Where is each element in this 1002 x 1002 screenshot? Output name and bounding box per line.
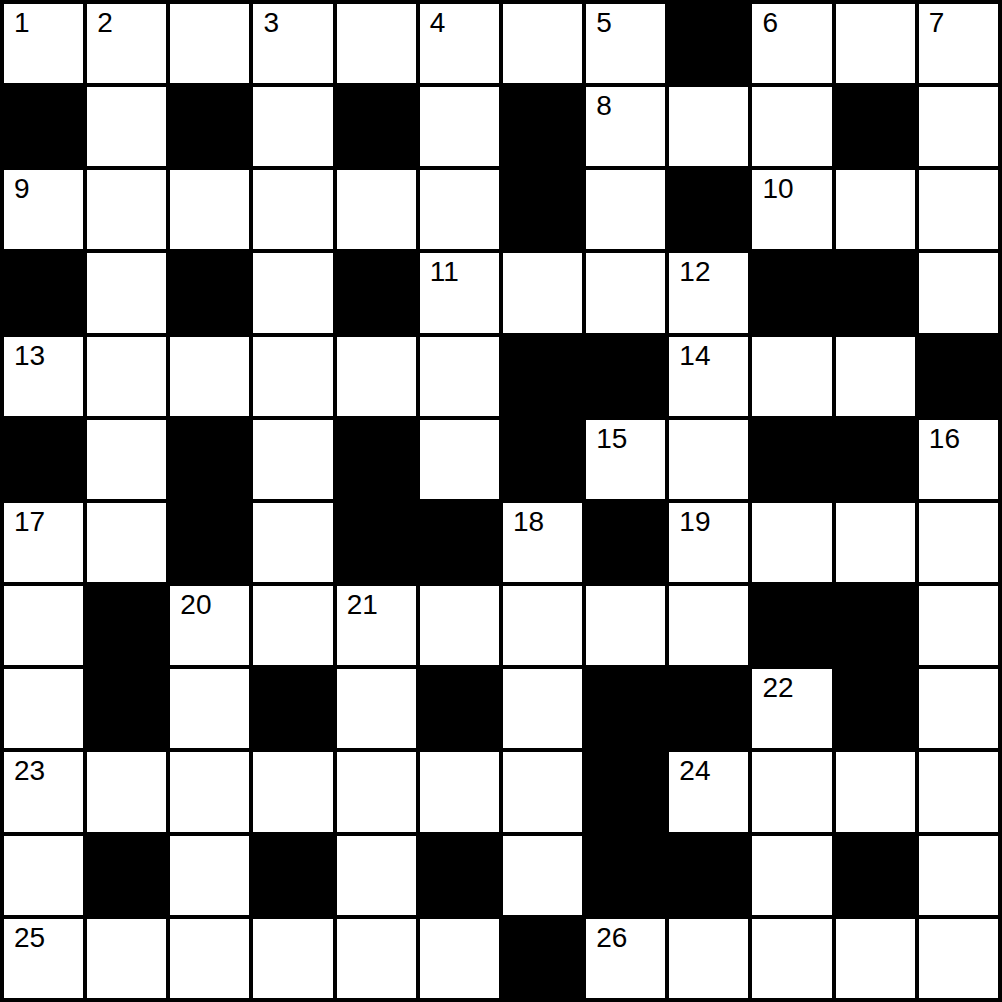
black-cell-r3c10 bbox=[834, 251, 917, 334]
cell-r9c1[interactable] bbox=[85, 750, 168, 833]
cell-r0c11[interactable]: 7 bbox=[917, 2, 1000, 85]
cell-r10c4[interactable] bbox=[335, 834, 418, 917]
clue-number-9: 9 bbox=[14, 175, 30, 203]
cell-r5c11[interactable]: 16 bbox=[917, 418, 1000, 501]
cell-r1c8[interactable] bbox=[667, 85, 750, 168]
cell-r6c3[interactable] bbox=[251, 501, 334, 584]
black-cell-r5c9 bbox=[750, 418, 833, 501]
cell-r11c3[interactable] bbox=[251, 917, 334, 1000]
cell-r0c6[interactable] bbox=[501, 2, 584, 85]
cell-r7c2[interactable]: 20 bbox=[168, 584, 251, 667]
cell-r8c6[interactable] bbox=[501, 667, 584, 750]
cell-r4c0[interactable]: 13 bbox=[2, 335, 85, 418]
black-cell-r11c6 bbox=[501, 917, 584, 1000]
clue-number-17: 17 bbox=[14, 508, 45, 536]
cell-r3c3[interactable] bbox=[251, 251, 334, 334]
cell-r0c9[interactable]: 6 bbox=[750, 2, 833, 85]
cell-r7c7[interactable] bbox=[584, 584, 667, 667]
black-cell-r3c9 bbox=[750, 251, 833, 334]
cell-r6c1[interactable] bbox=[85, 501, 168, 584]
clue-number-13: 13 bbox=[14, 342, 45, 370]
cell-r3c11[interactable] bbox=[917, 251, 1000, 334]
cell-r1c9[interactable] bbox=[750, 85, 833, 168]
black-cell-r9c7 bbox=[584, 750, 667, 833]
clue-number-10: 10 bbox=[762, 175, 793, 203]
black-cell-r8c10 bbox=[834, 667, 917, 750]
cell-r0c10[interactable] bbox=[834, 2, 917, 85]
cell-r10c2[interactable] bbox=[168, 834, 251, 917]
cell-r5c3[interactable] bbox=[251, 418, 334, 501]
clue-number-18: 18 bbox=[513, 508, 544, 536]
cell-r7c6[interactable] bbox=[501, 584, 584, 667]
cell-r3c8[interactable]: 12 bbox=[667, 251, 750, 334]
cell-r5c7[interactable]: 15 bbox=[584, 418, 667, 501]
cell-r0c7[interactable]: 5 bbox=[584, 2, 667, 85]
black-cell-r8c1 bbox=[85, 667, 168, 750]
black-cell-r8c8 bbox=[667, 667, 750, 750]
cell-r8c4[interactable] bbox=[335, 667, 418, 750]
black-cell-r5c10 bbox=[834, 418, 917, 501]
black-cell-r2c6 bbox=[501, 168, 584, 251]
cell-r6c10[interactable] bbox=[834, 501, 917, 584]
black-cell-r10c10 bbox=[834, 834, 917, 917]
cell-r0c4[interactable] bbox=[335, 2, 418, 85]
cell-r10c0[interactable] bbox=[2, 834, 85, 917]
cell-r11c9[interactable] bbox=[750, 917, 833, 1000]
clue-number-12: 12 bbox=[679, 258, 710, 286]
clue-number-26: 26 bbox=[596, 924, 627, 952]
clue-number-21: 21 bbox=[347, 591, 378, 619]
black-cell-r1c6 bbox=[501, 85, 584, 168]
cell-r6c9[interactable] bbox=[750, 501, 833, 584]
cell-r4c9[interactable] bbox=[750, 335, 833, 418]
clue-number-19: 19 bbox=[679, 508, 710, 536]
black-cell-r4c6 bbox=[501, 335, 584, 418]
black-cell-r10c3 bbox=[251, 834, 334, 917]
clue-number-7: 7 bbox=[929, 9, 945, 37]
black-cell-r7c9 bbox=[750, 584, 833, 667]
cell-r4c1[interactable] bbox=[85, 335, 168, 418]
cell-r7c3[interactable] bbox=[251, 584, 334, 667]
black-cell-r8c3 bbox=[251, 667, 334, 750]
cell-r2c9[interactable]: 10 bbox=[750, 168, 833, 251]
cell-r11c5[interactable] bbox=[418, 917, 501, 1000]
black-cell-r3c2 bbox=[168, 251, 251, 334]
black-cell-r4c7 bbox=[584, 335, 667, 418]
cell-r2c4[interactable] bbox=[335, 168, 418, 251]
black-cell-r3c4 bbox=[335, 251, 418, 334]
clue-number-3: 3 bbox=[263, 9, 279, 37]
cell-r7c11[interactable] bbox=[917, 584, 1000, 667]
cell-r2c7[interactable] bbox=[584, 168, 667, 251]
cell-r0c1[interactable]: 2 bbox=[85, 2, 168, 85]
cell-r5c8[interactable] bbox=[667, 418, 750, 501]
cell-r11c8[interactable] bbox=[667, 917, 750, 1000]
cell-r2c1[interactable] bbox=[85, 168, 168, 251]
cell-r11c11[interactable] bbox=[917, 917, 1000, 1000]
cell-r3c1[interactable] bbox=[85, 251, 168, 334]
cell-r3c5[interactable]: 11 bbox=[418, 251, 501, 334]
clue-number-6: 6 bbox=[762, 9, 778, 37]
cell-r2c2[interactable] bbox=[168, 168, 251, 251]
cell-r11c0[interactable]: 25 bbox=[2, 917, 85, 1000]
black-cell-r6c4 bbox=[335, 501, 418, 584]
cell-r8c11[interactable] bbox=[917, 667, 1000, 750]
black-cell-r5c0 bbox=[2, 418, 85, 501]
clue-number-20: 20 bbox=[180, 591, 211, 619]
black-cell-r10c8 bbox=[667, 834, 750, 917]
cell-r7c4[interactable]: 21 bbox=[335, 584, 418, 667]
black-cell-r10c1 bbox=[85, 834, 168, 917]
black-cell-r10c5 bbox=[418, 834, 501, 917]
black-cell-r1c4 bbox=[335, 85, 418, 168]
cell-r3c7[interactable] bbox=[584, 251, 667, 334]
black-cell-r7c1 bbox=[85, 584, 168, 667]
cell-r4c5[interactable] bbox=[418, 335, 501, 418]
cell-r2c3[interactable] bbox=[251, 168, 334, 251]
cell-r5c1[interactable] bbox=[85, 418, 168, 501]
cell-r10c9[interactable] bbox=[750, 834, 833, 917]
black-cell-r3c0 bbox=[2, 251, 85, 334]
cell-r0c3[interactable]: 3 bbox=[251, 2, 334, 85]
cell-r9c4[interactable] bbox=[335, 750, 418, 833]
clue-number-24: 24 bbox=[679, 757, 710, 785]
cell-r10c6[interactable] bbox=[501, 834, 584, 917]
cell-r8c0[interactable] bbox=[2, 667, 85, 750]
cell-r1c5[interactable] bbox=[418, 85, 501, 168]
cell-r6c6[interactable]: 18 bbox=[501, 501, 584, 584]
cell-r0c5[interactable]: 4 bbox=[418, 2, 501, 85]
cell-r4c4[interactable] bbox=[335, 335, 418, 418]
cell-r10c11[interactable] bbox=[917, 834, 1000, 917]
clue-number-15: 15 bbox=[596, 425, 627, 453]
black-cell-r1c2 bbox=[168, 85, 251, 168]
cell-r2c0[interactable]: 9 bbox=[2, 168, 85, 251]
black-cell-r6c2 bbox=[168, 501, 251, 584]
cell-r11c2[interactable] bbox=[168, 917, 251, 1000]
cell-r7c8[interactable] bbox=[667, 584, 750, 667]
cell-r9c10[interactable] bbox=[834, 750, 917, 833]
cell-r1c7[interactable]: 8 bbox=[584, 85, 667, 168]
cell-r8c9[interactable]: 22 bbox=[750, 667, 833, 750]
black-cell-r5c6 bbox=[501, 418, 584, 501]
cell-r0c2[interactable] bbox=[168, 2, 251, 85]
clue-number-1: 1 bbox=[14, 9, 30, 37]
black-cell-r5c2 bbox=[168, 418, 251, 501]
cell-r7c0[interactable] bbox=[2, 584, 85, 667]
cell-r9c5[interactable] bbox=[418, 750, 501, 833]
cell-r1c11[interactable] bbox=[917, 85, 1000, 168]
cell-r2c10[interactable] bbox=[834, 168, 917, 251]
cell-r2c11[interactable] bbox=[917, 168, 1000, 251]
cell-r1c1[interactable] bbox=[85, 85, 168, 168]
crossword-board: 1234567891011121314151617181920212223242… bbox=[0, 0, 1002, 1002]
cell-r2c5[interactable] bbox=[418, 168, 501, 251]
cell-r0c0[interactable]: 1 bbox=[2, 2, 85, 85]
cell-r11c4[interactable] bbox=[335, 917, 418, 1000]
cell-r6c0[interactable]: 17 bbox=[2, 501, 85, 584]
black-cell-r0c8 bbox=[667, 2, 750, 85]
cell-r11c1[interactable] bbox=[85, 917, 168, 1000]
black-cell-r5c4 bbox=[335, 418, 418, 501]
black-cell-r8c5 bbox=[418, 667, 501, 750]
cell-r7c5[interactable] bbox=[418, 584, 501, 667]
black-cell-r8c7 bbox=[584, 667, 667, 750]
clue-number-2: 2 bbox=[97, 9, 113, 37]
black-cell-r10c7 bbox=[584, 834, 667, 917]
cell-r9c8[interactable]: 24 bbox=[667, 750, 750, 833]
cell-r8c2[interactable] bbox=[168, 667, 251, 750]
cell-r3c6[interactable] bbox=[501, 251, 584, 334]
clue-number-23: 23 bbox=[14, 757, 45, 785]
cell-r6c11[interactable] bbox=[917, 501, 1000, 584]
cell-r9c11[interactable] bbox=[917, 750, 1000, 833]
black-cell-r6c7 bbox=[584, 501, 667, 584]
clue-number-16: 16 bbox=[929, 425, 960, 453]
clue-number-8: 8 bbox=[596, 92, 612, 120]
cell-r4c8[interactable]: 14 bbox=[667, 335, 750, 418]
black-cell-r1c10 bbox=[834, 85, 917, 168]
cell-r9c3[interactable] bbox=[251, 750, 334, 833]
black-cell-r6c5 bbox=[418, 501, 501, 584]
cell-r9c9[interactable] bbox=[750, 750, 833, 833]
clue-number-25: 25 bbox=[14, 924, 45, 952]
cell-r1c3[interactable] bbox=[251, 85, 334, 168]
cell-r5c5[interactable] bbox=[418, 418, 501, 501]
cell-r4c2[interactable] bbox=[168, 335, 251, 418]
cell-r4c3[interactable] bbox=[251, 335, 334, 418]
cell-r11c10[interactable] bbox=[834, 917, 917, 1000]
black-cell-r7c10 bbox=[834, 584, 917, 667]
black-cell-r4c11 bbox=[917, 335, 1000, 418]
cell-r9c6[interactable] bbox=[501, 750, 584, 833]
clue-number-4: 4 bbox=[430, 9, 446, 37]
cell-r6c8[interactable]: 19 bbox=[667, 501, 750, 584]
cell-r4c10[interactable] bbox=[834, 335, 917, 418]
cell-r9c0[interactable]: 23 bbox=[2, 750, 85, 833]
cell-r11c7[interactable]: 26 bbox=[584, 917, 667, 1000]
clue-number-5: 5 bbox=[596, 9, 612, 37]
black-cell-r2c8 bbox=[667, 168, 750, 251]
black-cell-r1c0 bbox=[2, 85, 85, 168]
clue-number-22: 22 bbox=[762, 674, 793, 702]
clue-number-14: 14 bbox=[679, 342, 710, 370]
cell-r9c2[interactable] bbox=[168, 750, 251, 833]
clue-number-11: 11 bbox=[430, 258, 459, 286]
